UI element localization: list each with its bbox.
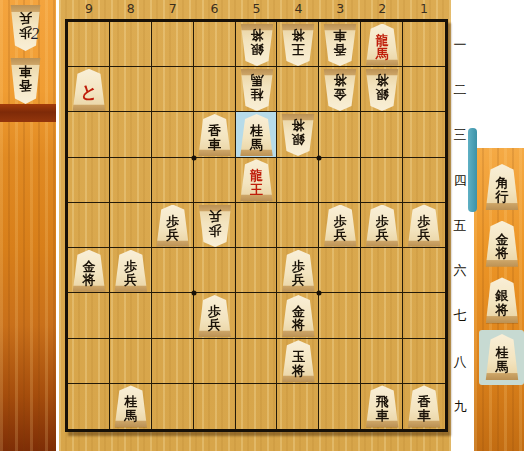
board-square-56[interactable]	[236, 248, 278, 293]
board-square-69[interactable]	[194, 384, 236, 429]
rank-label-2: 二	[451, 67, 469, 112]
piece-kanji: 香	[19, 79, 32, 93]
piece-kanji: 龍	[376, 34, 389, 48]
board-square-23[interactable]	[361, 112, 403, 157]
board-square-87[interactable]	[110, 293, 152, 338]
piece-kanji: 兵	[334, 228, 347, 242]
rank-label-5: 五	[451, 203, 469, 248]
piece-kanji: 龍	[250, 169, 263, 183]
board-square-84[interactable]	[110, 158, 152, 203]
piece-kanji: 車	[19, 65, 32, 79]
piece-kanji: 金	[82, 260, 95, 274]
board-square-39[interactable]	[319, 384, 361, 429]
board-square-45[interactable]	[277, 203, 319, 248]
piece-kanji: 金	[334, 87, 347, 101]
board-square-42[interactable]	[277, 67, 319, 112]
board-square-34[interactable]	[319, 158, 361, 203]
file-label-9: 9	[68, 1, 110, 17]
piece-kanji: 車	[208, 138, 221, 152]
board-square-98[interactable]	[68, 339, 110, 384]
board-square-59[interactable]	[236, 384, 278, 429]
piece-kanji: 銀	[292, 133, 305, 147]
piece-kanji: 銀	[496, 289, 509, 303]
piece-kanji: 金	[496, 233, 509, 247]
file-label-3: 3	[319, 1, 361, 17]
rank-label-4: 四	[451, 158, 469, 203]
board-square-66[interactable]	[194, 248, 236, 293]
rank-label-6: 六	[451, 248, 469, 293]
board-square-18[interactable]	[403, 339, 445, 384]
hoshi-dot	[191, 155, 196, 160]
file-label-1: 1	[403, 1, 445, 17]
board-square-33[interactable]	[319, 112, 361, 157]
piece-kanji: 将	[376, 74, 389, 88]
board-square-26[interactable]	[361, 248, 403, 293]
piece-kanji: 桂	[496, 346, 509, 360]
board-square-68[interactable]	[194, 339, 236, 384]
board-square-55[interactable]	[236, 203, 278, 248]
board-square-72[interactable]	[152, 67, 194, 112]
board-square-16[interactable]	[403, 248, 445, 293]
board-square-99[interactable]	[68, 384, 110, 429]
board-square-36[interactable]	[319, 248, 361, 293]
piece-kanji: 車	[334, 29, 347, 43]
piece-kanji: 銀	[250, 42, 263, 56]
piece-kanji: 桂	[250, 87, 263, 101]
piece-kanji: 香	[334, 42, 347, 56]
board-square-83[interactable]	[110, 112, 152, 157]
board-square-94[interactable]	[68, 158, 110, 203]
piece-kanji: 馬	[250, 138, 263, 152]
piece-kanji: 桂	[124, 395, 137, 409]
board-square-78[interactable]	[152, 339, 194, 384]
piece-kanji: 兵	[208, 210, 221, 224]
piece-kanji: 歩	[334, 215, 347, 229]
piece-kanji: 将	[292, 119, 305, 133]
board-square-81[interactable]	[110, 22, 152, 67]
board-square-97[interactable]	[68, 293, 110, 338]
file-label-5: 5	[236, 1, 278, 17]
board-square-61[interactable]	[194, 22, 236, 67]
board-square-14[interactable]	[403, 158, 445, 203]
piece-kanji: 飛	[376, 395, 389, 409]
rank-label-1: 一	[451, 22, 469, 67]
piece-kanji: 将	[496, 246, 509, 260]
board-square-88[interactable]	[110, 339, 152, 384]
piece-kanji: 玉	[292, 350, 305, 364]
piece-kanji: 将	[334, 74, 347, 88]
piece-kanji: 兵	[124, 273, 137, 287]
board-square-93[interactable]	[68, 112, 110, 157]
board-square-13[interactable]	[403, 112, 445, 157]
board-square-58[interactable]	[236, 339, 278, 384]
panel-scrollbar[interactable]	[468, 128, 477, 212]
file-label-6: 6	[194, 1, 236, 17]
board-square-57[interactable]	[236, 293, 278, 338]
piece-kanji: 金	[292, 305, 305, 319]
hoshi-dot	[317, 291, 322, 296]
board-square-95[interactable]	[68, 203, 110, 248]
piece-kanji: 将	[292, 364, 305, 378]
piece-kanji: 将	[82, 273, 95, 287]
board-square-37[interactable]	[319, 293, 361, 338]
piece-kanji: 将	[250, 29, 263, 43]
gote-stand-edge	[0, 104, 56, 122]
board-square-24[interactable]	[361, 158, 403, 203]
piece-kanji: 兵	[166, 228, 179, 242]
piece-kanji: 香	[418, 395, 431, 409]
board-square-73[interactable]	[152, 112, 194, 157]
file-label-8: 8	[110, 1, 152, 17]
file-label-2: 2	[361, 1, 403, 17]
piece-kanji: 行	[496, 190, 509, 204]
piece-kanji: 香	[208, 124, 221, 138]
rank-label-8: 八	[451, 339, 469, 384]
piece-kanji: 兵	[418, 228, 431, 242]
piece-kanji: 銀	[376, 87, 389, 101]
piece-kanji: 歩	[208, 305, 221, 319]
piece-kanji: 車	[418, 409, 431, 423]
board-square-74[interactable]	[152, 158, 194, 203]
board-square-91[interactable]	[68, 22, 110, 67]
board-square-77[interactable]	[152, 293, 194, 338]
piece-kanji: 歩	[124, 260, 137, 274]
piece-kanji: 王	[292, 42, 305, 56]
board-square-76[interactable]	[152, 248, 194, 293]
piece-kanji: 歩	[376, 215, 389, 229]
piece-kanji: 王	[250, 183, 263, 197]
piece-kanji: 馬	[250, 74, 263, 88]
board-square-64[interactable]	[194, 158, 236, 203]
board-square-82[interactable]	[110, 67, 152, 112]
piece-kanji: 馬	[376, 47, 389, 61]
piece-kanji: 馬	[124, 409, 137, 423]
piece-kanji: 歩	[208, 223, 221, 237]
piece-kanji: 馬	[496, 360, 509, 374]
piece-kanji: 歩	[166, 215, 179, 229]
board-square-44[interactable]	[277, 158, 319, 203]
board-square-28[interactable]	[361, 339, 403, 384]
board-square-12[interactable]	[403, 67, 445, 112]
piece-kanji: と	[80, 83, 97, 101]
hoshi-dot	[191, 291, 196, 296]
file-label-7: 7	[152, 1, 194, 17]
board-square-11[interactable]	[403, 22, 445, 67]
board-square-49[interactable]	[277, 384, 319, 429]
piece-kanji: 兵	[208, 318, 221, 332]
hoshi-dot	[317, 155, 322, 160]
piece-kanji: 兵	[292, 273, 305, 287]
piece-kanji: 歩	[418, 215, 431, 229]
board-square-71[interactable]	[152, 22, 194, 67]
piece-kanji: 兵	[376, 228, 389, 242]
hand-piece-count: 2	[31, 25, 39, 43]
board-square-62[interactable]	[194, 67, 236, 112]
board-square-79[interactable]	[152, 384, 194, 429]
board-square-17[interactable]	[403, 293, 445, 338]
board-square-85[interactable]	[110, 203, 152, 248]
piece-kanji: 兵	[19, 12, 32, 26]
board-square-27[interactable]	[361, 293, 403, 338]
rank-label-3: 三	[451, 112, 469, 157]
piece-kanji: 歩	[292, 260, 305, 274]
rank-label-7: 七	[451, 293, 469, 338]
file-label-4: 4	[277, 1, 319, 17]
piece-kanji: 将	[292, 29, 305, 43]
rank-label-9: 九	[451, 384, 469, 429]
shogi-app: 987654321一二三四五六七八九 銀将王将香車龍馬と桂馬金将銀将香車桂馬銀将…	[0, 0, 524, 451]
piece-kanji: 将	[292, 318, 305, 332]
piece-kanji: 角	[496, 176, 509, 190]
piece-kanji: 桂	[250, 124, 263, 138]
piece-kanji: 車	[376, 409, 389, 423]
board-square-38[interactable]	[319, 339, 361, 384]
piece-kanji: 将	[496, 303, 509, 317]
